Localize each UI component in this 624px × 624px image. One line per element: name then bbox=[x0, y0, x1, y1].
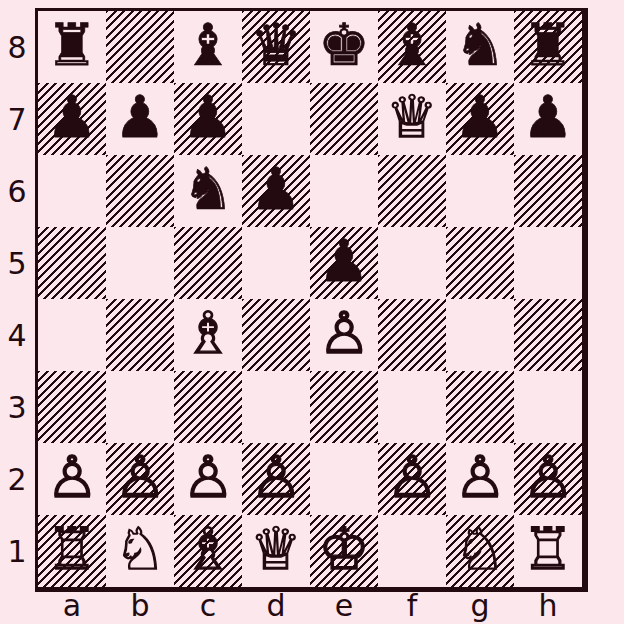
rank-label-4: 4 bbox=[0, 299, 34, 371]
square-a6[interactable] bbox=[38, 155, 106, 227]
white-pawn-a2: ♙ bbox=[46, 448, 98, 506]
file-label-b: b bbox=[106, 589, 174, 623]
black-rook-a8: ♜ bbox=[46, 16, 98, 74]
rank-label-6: 6 bbox=[0, 155, 34, 227]
rank-label-3: 3 bbox=[0, 371, 34, 443]
white-knight-g1: ♘ bbox=[454, 520, 506, 578]
black-queen-d8: ♛ bbox=[250, 16, 302, 74]
white-pawn-c2: ♙ bbox=[182, 448, 234, 506]
square-h7[interactable]: ♟ bbox=[514, 83, 582, 155]
square-c3[interactable] bbox=[174, 371, 242, 443]
black-bishop-f8: ♝ bbox=[386, 16, 438, 74]
black-king-e8: ♚ bbox=[318, 16, 370, 74]
square-c4[interactable]: ♗ bbox=[174, 299, 242, 371]
file-label-h: h bbox=[514, 589, 582, 623]
square-d2[interactable]: ♙ bbox=[242, 443, 310, 515]
file-label-c: c bbox=[174, 589, 242, 623]
square-e3[interactable] bbox=[310, 371, 378, 443]
white-pawn-b2: ♙ bbox=[114, 448, 166, 506]
file-label-g: g bbox=[446, 589, 514, 623]
square-h8[interactable]: ♜ bbox=[514, 11, 582, 83]
square-b4[interactable] bbox=[106, 299, 174, 371]
black-rook-h8: ♜ bbox=[522, 16, 574, 74]
square-h1[interactable]: ♖ bbox=[514, 515, 582, 587]
square-a4[interactable] bbox=[38, 299, 106, 371]
square-f5[interactable] bbox=[378, 227, 446, 299]
rank-label-7: 7 bbox=[0, 83, 34, 155]
square-b1[interactable]: ♘ bbox=[106, 515, 174, 587]
white-pawn-d2: ♙ bbox=[250, 448, 302, 506]
square-a3[interactable] bbox=[38, 371, 106, 443]
square-g8[interactable]: ♞ bbox=[446, 11, 514, 83]
square-b7[interactable]: ♟ bbox=[106, 83, 174, 155]
square-d8[interactable]: ♛ bbox=[242, 11, 310, 83]
square-f1[interactable] bbox=[378, 515, 446, 587]
square-b3[interactable] bbox=[106, 371, 174, 443]
white-bishop-c4: ♗ bbox=[182, 304, 234, 362]
square-c6[interactable]: ♞ bbox=[174, 155, 242, 227]
chess-board: ♜♝♛♚♝♞♜♟♟♟♕♟♟♞♟♟♗♙♙♙♙♙♙♙♙♖♘♗♕♔♘♖ bbox=[35, 8, 588, 592]
square-g2[interactable]: ♙ bbox=[446, 443, 514, 515]
white-king-e1: ♔ bbox=[318, 520, 370, 578]
white-pawn-f2: ♙ bbox=[386, 448, 438, 506]
file-label-d: d bbox=[242, 589, 310, 623]
rank-label-8: 8 bbox=[0, 11, 34, 83]
square-d6[interactable]: ♟ bbox=[242, 155, 310, 227]
black-pawn-g7: ♟ bbox=[454, 88, 506, 146]
square-d1[interactable]: ♕ bbox=[242, 515, 310, 587]
square-d5[interactable] bbox=[242, 227, 310, 299]
square-e5[interactable]: ♟ bbox=[310, 227, 378, 299]
rank-label-5: 5 bbox=[0, 227, 34, 299]
file-label-a: a bbox=[38, 589, 106, 623]
square-a2[interactable]: ♙ bbox=[38, 443, 106, 515]
square-a8[interactable]: ♜ bbox=[38, 11, 106, 83]
square-h3[interactable] bbox=[514, 371, 582, 443]
square-a5[interactable] bbox=[38, 227, 106, 299]
black-pawn-a7: ♟ bbox=[46, 88, 98, 146]
square-b2[interactable]: ♙ bbox=[106, 443, 174, 515]
black-pawn-h7: ♟ bbox=[522, 88, 574, 146]
square-b8[interactable] bbox=[106, 11, 174, 83]
square-c8[interactable]: ♝ bbox=[174, 11, 242, 83]
square-d4[interactable] bbox=[242, 299, 310, 371]
file-label-f: f bbox=[378, 589, 446, 623]
file-label-e: e bbox=[310, 589, 378, 623]
square-b6[interactable] bbox=[106, 155, 174, 227]
white-rook-a1: ♖ bbox=[46, 520, 98, 578]
white-pawn-e4: ♙ bbox=[318, 304, 370, 362]
square-h2[interactable]: ♙ bbox=[514, 443, 582, 515]
white-bishop-c1: ♗ bbox=[182, 520, 234, 578]
square-c1[interactable]: ♗ bbox=[174, 515, 242, 587]
square-g7[interactable]: ♟ bbox=[446, 83, 514, 155]
white-pawn-g2: ♙ bbox=[454, 448, 506, 506]
square-g1[interactable]: ♘ bbox=[446, 515, 514, 587]
square-f3[interactable] bbox=[378, 371, 446, 443]
black-bishop-c8: ♝ bbox=[182, 16, 234, 74]
square-g3[interactable] bbox=[446, 371, 514, 443]
black-pawn-c7: ♟ bbox=[182, 88, 234, 146]
square-b5[interactable] bbox=[106, 227, 174, 299]
square-f6[interactable] bbox=[378, 155, 446, 227]
white-pawn-h2: ♙ bbox=[522, 448, 574, 506]
square-e1[interactable]: ♔ bbox=[310, 515, 378, 587]
square-e7[interactable] bbox=[310, 83, 378, 155]
square-a7[interactable]: ♟ bbox=[38, 83, 106, 155]
black-pawn-d6: ♟ bbox=[250, 160, 302, 218]
white-knight-b1: ♘ bbox=[114, 520, 166, 578]
square-g6[interactable] bbox=[446, 155, 514, 227]
square-d3[interactable] bbox=[242, 371, 310, 443]
square-e6[interactable] bbox=[310, 155, 378, 227]
square-f2[interactable]: ♙ bbox=[378, 443, 446, 515]
square-f4[interactable] bbox=[378, 299, 446, 371]
white-queen-f7: ♕ bbox=[386, 88, 438, 146]
square-h5[interactable] bbox=[514, 227, 582, 299]
black-pawn-e5: ♟ bbox=[318, 232, 370, 290]
square-h6[interactable] bbox=[514, 155, 582, 227]
square-e4[interactable]: ♙ bbox=[310, 299, 378, 371]
square-c5[interactable] bbox=[174, 227, 242, 299]
white-queen-d1: ♕ bbox=[250, 520, 302, 578]
rank-label-1: 1 bbox=[0, 515, 34, 587]
square-c7[interactable]: ♟ bbox=[174, 83, 242, 155]
rank-label-2: 2 bbox=[0, 443, 34, 515]
square-f7[interactable]: ♕ bbox=[378, 83, 446, 155]
square-a1[interactable]: ♖ bbox=[38, 515, 106, 587]
rank-labels: 87654321 bbox=[0, 11, 34, 587]
square-h4[interactable] bbox=[514, 299, 582, 371]
square-f8[interactable]: ♝ bbox=[378, 11, 446, 83]
square-g5[interactable] bbox=[446, 227, 514, 299]
square-c2[interactable]: ♙ bbox=[174, 443, 242, 515]
white-rook-h1: ♖ bbox=[522, 520, 574, 578]
square-e8[interactable]: ♚ bbox=[310, 11, 378, 83]
square-e2[interactable] bbox=[310, 443, 378, 515]
square-d7[interactable] bbox=[242, 83, 310, 155]
black-knight-c6: ♞ bbox=[182, 160, 234, 218]
square-g4[interactable] bbox=[446, 299, 514, 371]
file-labels: abcdefgh bbox=[38, 589, 582, 623]
black-pawn-b7: ♟ bbox=[114, 88, 166, 146]
black-knight-g8: ♞ bbox=[454, 16, 506, 74]
